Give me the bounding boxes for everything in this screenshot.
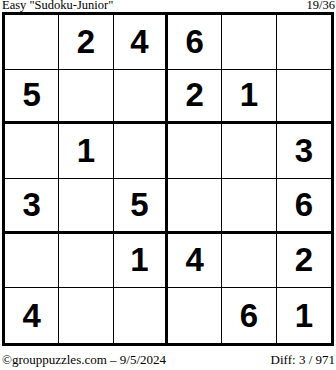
footer: ©grouppuzzles.com – 9/5/2024 Diff: 3 / 9… [2, 352, 335, 367]
cell-r2c4[interactable]: 2 [168, 70, 222, 125]
cell-r1c3[interactable]: 4 [114, 15, 168, 70]
header: Easy "Sudoku-Junior" 19/36 [2, 0, 335, 12]
cell-r1c6[interactable] [277, 15, 331, 70]
cell-r4c4[interactable] [168, 179, 222, 234]
cell-r5c3[interactable]: 1 [114, 234, 168, 289]
cell-r2c1[interactable]: 5 [5, 70, 59, 125]
cell-r6c6[interactable]: 1 [277, 288, 331, 343]
cell-r3c6[interactable]: 3 [277, 124, 331, 179]
cell-r6c1[interactable]: 4 [5, 288, 59, 343]
cell-r3c2[interactable]: 1 [59, 124, 113, 179]
cell-r2c3[interactable] [114, 70, 168, 125]
cell-r6c3[interactable] [114, 288, 168, 343]
cell-r3c3[interactable] [114, 124, 168, 179]
sudoku-board: 24652113356142461 [2, 12, 334, 346]
page-title: Easy "Sudoku-Junior" [2, 0, 113, 12]
cell-r6c5[interactable]: 6 [222, 288, 276, 343]
cell-r6c4[interactable] [168, 288, 222, 343]
footer-copyright: ©grouppuzzles.com – 9/5/2024 [2, 352, 166, 367]
cell-r4c2[interactable] [59, 179, 113, 234]
cell-r4c6[interactable]: 6 [277, 179, 331, 234]
cell-r5c6[interactable]: 2 [277, 234, 331, 289]
cell-r5c5[interactable] [222, 234, 276, 289]
cell-r5c2[interactable] [59, 234, 113, 289]
cell-r4c5[interactable] [222, 179, 276, 234]
footer-difficulty: Diff: 3 / 971 [271, 352, 335, 367]
cell-r3c5[interactable] [222, 124, 276, 179]
cell-r1c2[interactable]: 2 [59, 15, 113, 70]
cell-r2c6[interactable] [277, 70, 331, 125]
cell-r1c4[interactable]: 6 [168, 15, 222, 70]
cell-r4c3[interactable]: 5 [114, 179, 168, 234]
puzzle-counter: 19/36 [307, 0, 335, 12]
cell-r3c4[interactable] [168, 124, 222, 179]
cell-r5c4[interactable]: 4 [168, 234, 222, 289]
cell-r2c2[interactable] [59, 70, 113, 125]
cell-r1c1[interactable] [5, 15, 59, 70]
cell-r3c1[interactable] [5, 124, 59, 179]
cell-r1c5[interactable] [222, 15, 276, 70]
cell-r4c1[interactable]: 3 [5, 179, 59, 234]
cell-r6c2[interactable] [59, 288, 113, 343]
cell-r2c5[interactable]: 1 [222, 70, 276, 125]
cell-r5c1[interactable] [5, 234, 59, 289]
